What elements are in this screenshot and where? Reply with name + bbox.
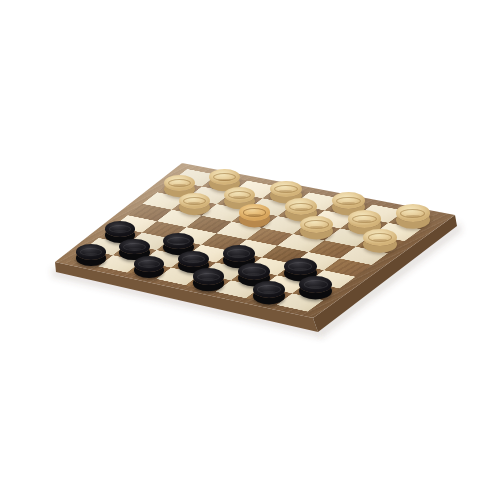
- piece-turned-ring: [218, 179, 231, 181]
- checker-piece-dark[interactable]: [223, 245, 255, 261]
- piece-turned-ring: [263, 291, 276, 293]
- piece-turned-ring: [173, 243, 185, 245]
- checker-piece-dark[interactable]: [134, 256, 165, 272]
- checker-piece-light[interactable]: [348, 210, 381, 227]
- checker-piece-light[interactable]: [179, 193, 210, 209]
- checker-piece-dark[interactable]: [193, 268, 224, 284]
- piece-turned-ring: [248, 214, 261, 216]
- checker-piece-light[interactable]: [363, 229, 396, 246]
- piece-turned-ring: [295, 208, 308, 210]
- piece-turned-ring: [232, 255, 245, 257]
- piece-turned-ring: [188, 202, 200, 204]
- piece-turned-ring: [85, 253, 97, 255]
- checker-piece-dark[interactable]: [178, 251, 209, 267]
- piece-turned-ring: [294, 268, 307, 270]
- checkers-photo-scene: [0, 0, 500, 500]
- checker-piece-dark[interactable]: [284, 258, 316, 275]
- checker-piece-light[interactable]: [270, 181, 302, 198]
- piece-turned-ring: [247, 273, 260, 275]
- piece-turned-ring: [406, 215, 420, 217]
- checker-piece-light[interactable]: [396, 204, 430, 222]
- checker-piece-light[interactable]: [224, 187, 256, 203]
- piece-turned-ring: [129, 248, 141, 250]
- checker-piece-light[interactable]: [300, 216, 333, 233]
- piece-turned-ring: [202, 278, 214, 280]
- piece-turned-ring: [373, 239, 386, 241]
- piece-turned-ring: [309, 286, 322, 288]
- checker-piece-dark[interactable]: [299, 276, 332, 293]
- checker-piece-dark[interactable]: [119, 239, 149, 255]
- checker-piece-dark[interactable]: [253, 281, 285, 298]
- checker-piece-light[interactable]: [239, 204, 271, 221]
- checker-piece-dark[interactable]: [76, 244, 106, 259]
- piece-turned-ring: [352, 215, 377, 224]
- checker-piece-dark[interactable]: [238, 263, 270, 280]
- piece-turned-ring: [168, 179, 191, 187]
